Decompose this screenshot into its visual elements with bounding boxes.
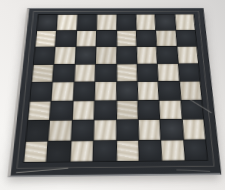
square-a1[interactable]: [24, 141, 48, 162]
square-h2[interactable]: [182, 119, 205, 139]
square-c4[interactable]: [74, 82, 95, 100]
square-g5[interactable]: [158, 64, 179, 81]
square-a2[interactable]: [26, 121, 49, 141]
square-d5[interactable]: [96, 64, 116, 81]
square-e3[interactable]: [117, 100, 138, 119]
square-c8[interactable]: [77, 15, 96, 30]
square-e8[interactable]: [117, 15, 136, 30]
square-e2[interactable]: [117, 120, 138, 140]
square-h5[interactable]: [178, 64, 199, 81]
square-h4[interactable]: [180, 81, 202, 99]
square-a3[interactable]: [28, 101, 51, 120]
square-e4[interactable]: [117, 82, 138, 100]
square-f2[interactable]: [139, 120, 161, 140]
square-b1[interactable]: [47, 141, 70, 162]
square-b3[interactable]: [50, 101, 72, 120]
square-b6[interactable]: [55, 47, 76, 64]
square-h3[interactable]: [181, 100, 203, 119]
square-a7[interactable]: [36, 31, 57, 47]
square-b4[interactable]: [52, 82, 74, 100]
square-c3[interactable]: [73, 101, 95, 120]
marble-vein: [16, 168, 68, 173]
square-a6[interactable]: [34, 47, 55, 64]
marble-vein: [176, 170, 210, 172]
square-d2[interactable]: [94, 120, 116, 140]
square-d1[interactable]: [93, 140, 115, 161]
square-f5[interactable]: [137, 64, 157, 81]
square-h1[interactable]: [184, 140, 207, 161]
square-f4[interactable]: [138, 82, 159, 100]
square-c7[interactable]: [76, 30, 96, 46]
square-f7[interactable]: [137, 30, 157, 46]
photo-background: [0, 0, 225, 190]
square-d3[interactable]: [95, 101, 116, 120]
square-g4[interactable]: [159, 82, 180, 100]
square-d8[interactable]: [97, 15, 116, 30]
square-g8[interactable]: [156, 14, 176, 29]
square-h7[interactable]: [176, 30, 196, 46]
square-b7[interactable]: [56, 31, 76, 47]
square-a4[interactable]: [30, 82, 52, 100]
square-a8[interactable]: [37, 15, 57, 30]
board-grid: [23, 14, 208, 163]
square-b5[interactable]: [53, 64, 74, 81]
board-perspective-wrapper: [8, 0, 225, 176]
square-d7[interactable]: [97, 30, 116, 46]
square-h8[interactable]: [175, 14, 195, 29]
square-f3[interactable]: [138, 100, 159, 119]
square-d6[interactable]: [96, 47, 116, 64]
chess-board[interactable]: [7, 8, 221, 177]
square-f1[interactable]: [139, 140, 161, 161]
square-c1[interactable]: [70, 141, 93, 162]
square-f6[interactable]: [137, 47, 157, 64]
square-g3[interactable]: [160, 100, 182, 119]
square-g6[interactable]: [157, 47, 177, 64]
square-b2[interactable]: [49, 120, 72, 140]
square-e1[interactable]: [117, 140, 139, 161]
square-a5[interactable]: [32, 64, 54, 81]
square-c6[interactable]: [75, 47, 95, 64]
square-c5[interactable]: [74, 64, 95, 81]
square-e6[interactable]: [117, 47, 137, 64]
square-h6[interactable]: [177, 47, 198, 64]
square-e5[interactable]: [117, 64, 137, 81]
square-g2[interactable]: [161, 120, 183, 140]
square-e7[interactable]: [117, 30, 136, 46]
square-d4[interactable]: [95, 82, 116, 100]
square-f8[interactable]: [136, 14, 155, 29]
square-g7[interactable]: [156, 30, 176, 46]
square-g1[interactable]: [161, 140, 184, 161]
square-b8[interactable]: [57, 15, 77, 30]
square-c2[interactable]: [71, 120, 93, 140]
